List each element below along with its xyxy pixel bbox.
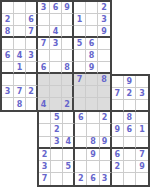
cell-a-r9c1[interactable] (2, 98, 14, 110)
cell-a-r2c5[interactable] (50, 14, 62, 26)
cell-b-r9c2[interactable] (51, 173, 63, 185)
cell-a-r6c5[interactable] (50, 62, 62, 74)
cell-a-r8c4[interactable] (38, 86, 50, 98)
cell-a-r6c7[interactable] (74, 62, 86, 74)
cell-b-r7c5[interactable]: 9 (87, 149, 99, 161)
cell-b-r4c6[interactable]: 2 (100, 112, 112, 124)
cell-b-r6c6[interactable]: 9 (100, 137, 112, 149)
cell-a-r7c1[interactable] (2, 74, 14, 86)
cell-a-r3c2[interactable] (14, 26, 26, 38)
cell-b-r4c2[interactable]: 5 (51, 112, 63, 124)
cell-a-r2c2[interactable] (14, 14, 26, 26)
cell-b-r5c7[interactable]: 9 (112, 124, 124, 136)
cell-b-r7c6[interactable] (100, 149, 112, 161)
cell-a-r7c4[interactable] (38, 74, 50, 86)
cell-a-r2c7[interactable]: 1 (74, 14, 86, 26)
cell-a-r3c7[interactable] (74, 26, 86, 38)
cell-b-r6c3[interactable]: 4 (63, 137, 75, 149)
cell-b-r6c8[interactable] (124, 137, 136, 149)
cell-a-r5c9[interactable] (98, 50, 110, 62)
cell-a-r6c6[interactable]: 8 (62, 62, 74, 74)
cell-a-r8c5[interactable] (50, 86, 62, 98)
cell-a-r1c5[interactable]: 6 (50, 2, 62, 14)
cell-a-r4c3[interactable] (26, 38, 38, 50)
cell-a-r8c3[interactable]: 2 (26, 86, 38, 98)
cell-a-r1c6[interactable]: 9 (62, 2, 74, 14)
cell-a-r2c3[interactable]: 6 (26, 14, 38, 26)
cell-a-r9c7[interactable] (74, 98, 86, 110)
cell-a-r5c2[interactable]: 4 (14, 50, 26, 62)
cell-a-r1c7[interactable] (74, 2, 86, 14)
cell-b-r8c6[interactable] (100, 161, 112, 173)
cell-b-r8c2[interactable] (51, 161, 63, 173)
cell-b-r9c4[interactable]: 2 (75, 173, 87, 185)
cell-b-r8c5[interactable] (87, 161, 99, 173)
cell-b-r6c4[interactable] (75, 137, 87, 149)
cell-b-r7c9[interactable]: 7 (136, 149, 148, 161)
cell-a-r4c5[interactable]: 3 (50, 38, 62, 50)
cell-a-r3c8[interactable] (86, 26, 98, 38)
cell-a-r4c7[interactable]: 5 (74, 38, 86, 50)
cell-b-r7c4[interactable] (75, 149, 87, 161)
cell-a-r5c6[interactable] (62, 50, 74, 62)
cell-a-r6c8[interactable]: 9 (86, 62, 98, 74)
cell-b-r7c7[interactable]: 6 (112, 149, 124, 161)
cell-a-r3c1[interactable]: 8 (2, 26, 14, 38)
cell-a-r5c1[interactable]: 6 (2, 50, 14, 62)
cell-a-r6c9[interactable] (98, 62, 110, 74)
cell-a-r5c5[interactable] (50, 50, 62, 62)
cell-a-r9c2[interactable]: 8 (14, 98, 26, 110)
cell-a-r7c2[interactable] (14, 74, 26, 86)
cell-b-r2c7[interactable]: 7 (112, 88, 124, 100)
cell-b-r5c2[interactable]: 2 (51, 124, 63, 136)
cell-a-r1c2[interactable] (14, 2, 26, 14)
cell-b-r3c9[interactable] (136, 100, 148, 112)
cell-b-r3c8[interactable] (124, 100, 136, 112)
cell-b-r6c9[interactable] (136, 137, 148, 149)
cell-a-r2c1[interactable]: 2 (2, 14, 14, 26)
cell-b-r7c3[interactable] (63, 149, 75, 161)
cell-a-r4c9[interactable] (98, 38, 110, 50)
cell-a-r1c3[interactable] (26, 2, 38, 14)
cell-a-r7c7[interactable]: 7 (74, 74, 86, 86)
sudoku-grid-top-left: 36922613874973566438168978372842 (0, 0, 112, 112)
cell-a-r9c5[interactable] (50, 98, 62, 110)
cell-b-r3c7[interactable] (112, 100, 124, 112)
cell-b-r8c7[interactable]: 2 (112, 161, 124, 173)
cell-a-r3c6[interactable] (62, 26, 74, 38)
cell-a-r4c2[interactable] (14, 38, 26, 50)
cell-b-r4c4[interactable]: 6 (75, 112, 87, 124)
cell-a-r2c6[interactable] (62, 14, 74, 26)
cell-a-r9c8[interactable] (86, 98, 98, 110)
cell-a-r5c8[interactable]: 8 (86, 50, 98, 62)
cell-b-r5c6[interactable] (100, 124, 112, 136)
cell-b-r4c1[interactable] (39, 112, 51, 124)
cell-a-r6c2[interactable]: 1 (14, 62, 26, 74)
cell-a-r3c3[interactable]: 7 (26, 26, 38, 38)
cell-a-r8c6[interactable] (62, 86, 74, 98)
cell-a-r5c4[interactable] (38, 50, 50, 62)
cell-a-r3c5[interactable]: 4 (50, 26, 62, 38)
cell-b-r9c6[interactable]: 3 (100, 173, 112, 185)
cell-a-r2c8[interactable] (86, 14, 98, 26)
cell-a-r6c1[interactable] (2, 62, 14, 74)
cell-a-r8c1[interactable]: 3 (2, 86, 14, 98)
cell-b-r7c8[interactable] (124, 149, 136, 161)
cell-a-r3c9[interactable]: 9 (98, 26, 110, 38)
cell-b-r9c7[interactable] (112, 173, 124, 185)
cell-b-r9c3[interactable] (63, 173, 75, 185)
cell-a-r1c1[interactable] (2, 2, 14, 14)
cell-a-r7c8[interactable] (86, 74, 98, 86)
cell-b-r4c9[interactable] (136, 112, 148, 124)
cell-b-r6c7[interactable] (112, 137, 124, 149)
cell-b-r5c1[interactable] (39, 124, 51, 136)
cell-b-r1c8[interactable]: 9 (124, 76, 136, 88)
cell-a-r6c3[interactable] (26, 62, 38, 74)
cell-b-r8c8[interactable] (124, 161, 136, 173)
cell-a-r2c9[interactable]: 3 (98, 14, 110, 26)
cell-a-r9c6[interactable]: 2 (62, 98, 74, 110)
cell-b-r5c9[interactable]: 1 (136, 124, 148, 136)
cell-a-r7c9[interactable]: 8 (98, 74, 110, 86)
cell-b-r6c5[interactable]: 8 (87, 137, 99, 149)
cell-a-r4c1[interactable] (2, 38, 14, 50)
cell-b-r4c5[interactable] (87, 112, 99, 124)
cell-b-r5c8[interactable]: 6 (124, 124, 136, 136)
cell-b-r1c9[interactable] (136, 76, 148, 88)
cell-a-r9c4[interactable]: 4 (38, 98, 50, 110)
cell-a-r4c4[interactable]: 7 (38, 38, 50, 50)
cell-b-r8c1[interactable]: 3 (39, 161, 51, 173)
cell-b-r8c3[interactable]: 5 (63, 161, 75, 173)
cell-a-r9c9[interactable] (98, 98, 110, 110)
cell-a-r5c3[interactable]: 3 (26, 50, 38, 62)
cell-a-r1c4[interactable]: 3 (38, 2, 50, 14)
cell-a-r1c9[interactable]: 2 (98, 2, 110, 14)
cell-b-r5c4[interactable] (75, 124, 87, 136)
cell-a-r8c7[interactable] (74, 86, 86, 98)
cell-b-r2c8[interactable]: 2 (124, 88, 136, 100)
cell-b-r6c2[interactable]: 3 (51, 137, 63, 149)
cell-a-r1c8[interactable] (86, 2, 98, 14)
cell-b-r1c7[interactable] (112, 76, 124, 88)
cell-b-r4c7[interactable] (112, 112, 124, 124)
cell-a-r4c8[interactable]: 6 (86, 38, 98, 50)
cell-a-r3c4[interactable] (38, 26, 50, 38)
cell-a-r4c6[interactable] (62, 38, 74, 50)
cell-b-r4c8[interactable]: 8 (124, 112, 136, 124)
cell-b-r2c9[interactable]: 3 (136, 88, 148, 100)
cell-b-r7c2[interactable] (51, 149, 63, 161)
cell-a-r5c7[interactable] (74, 50, 86, 62)
cell-b-r9c1[interactable]: 7 (39, 173, 51, 185)
cell-b-r4c3[interactable] (63, 112, 75, 124)
cell-b-r6c1[interactable] (39, 137, 51, 149)
cell-b-r7c1[interactable]: 2 (39, 149, 51, 161)
cell-b-r9c8[interactable] (124, 173, 136, 185)
cell-b-r8c9[interactable]: 9 (136, 161, 148, 173)
cell-b-r8c4[interactable] (75, 161, 87, 173)
cell-a-r2c4[interactable] (38, 14, 50, 26)
cell-a-r7c6[interactable] (62, 74, 74, 86)
cell-a-r9c3[interactable] (26, 98, 38, 110)
cell-b-r9c9[interactable] (136, 173, 148, 185)
cell-b-r5c5[interactable] (87, 124, 99, 136)
cell-a-r7c5[interactable] (50, 74, 62, 86)
cell-a-r8c8[interactable] (86, 86, 98, 98)
cell-a-r7c3[interactable] (26, 74, 38, 86)
cell-b-r5c3[interactable] (63, 124, 75, 136)
cell-a-r8c2[interactable]: 7 (14, 86, 26, 98)
cell-a-r8c9[interactable] (98, 86, 110, 98)
twodoku-board: 78972342562829613489296735297263 3692261… (0, 0, 150, 187)
cell-a-r6c4[interactable]: 6 (38, 62, 50, 74)
cell-b-r9c5[interactable]: 6 (87, 173, 99, 185)
